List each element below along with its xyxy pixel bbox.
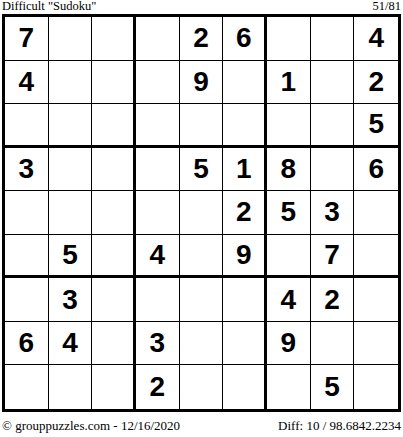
cell-r2c6[interactable] (223, 61, 267, 105)
cell-r8c4: 3 (136, 322, 180, 366)
cell-r7c5[interactable] (180, 278, 224, 322)
cell-r2c9: 2 (354, 61, 398, 105)
cell-r3c6[interactable] (223, 104, 267, 148)
cell-r4c5: 5 (180, 148, 224, 192)
cell-r9c6[interactable] (223, 365, 267, 409)
cell-r4c8[interactable] (311, 148, 355, 192)
cell-r3c1[interactable] (5, 104, 49, 148)
page-footer: © grouppuzzles.com - 12/16/2020 Diff: 10… (2, 418, 401, 434)
cell-r8c2: 4 (49, 322, 93, 366)
sudoku-page: Difficult "Sudoku" 51/81 726449125351862… (0, 0, 403, 437)
cell-r6c6: 9 (223, 235, 267, 279)
cell-r7c4[interactable] (136, 278, 180, 322)
cell-r4c7: 8 (267, 148, 311, 192)
cell-r6c1[interactable] (5, 235, 49, 279)
cell-r8c8[interactable] (311, 322, 355, 366)
cell-r6c5[interactable] (180, 235, 224, 279)
cell-r1c5: 2 (180, 17, 224, 61)
empty-cell-counter: 51/81 (373, 0, 401, 13)
cell-r8c9[interactable] (354, 322, 398, 366)
cell-r5c2[interactable] (49, 191, 93, 235)
cell-r1c3[interactable] (92, 17, 136, 61)
cell-r8c3[interactable] (92, 322, 136, 366)
cell-r4c4[interactable] (136, 148, 180, 192)
cell-r9c1[interactable] (5, 365, 49, 409)
cell-r3c3[interactable] (92, 104, 136, 148)
cell-r8c7: 9 (267, 322, 311, 366)
cell-r9c7[interactable] (267, 365, 311, 409)
cell-r5c3[interactable] (92, 191, 136, 235)
cell-r8c5[interactable] (180, 322, 224, 366)
cell-r7c9[interactable] (354, 278, 398, 322)
cell-r8c6[interactable] (223, 322, 267, 366)
sudoku-grid: 726449125351862535497342643925 (2, 14, 401, 412)
cell-r9c8: 5 (311, 365, 355, 409)
cell-r5c7: 5 (267, 191, 311, 235)
cell-r3c9: 5 (354, 104, 398, 148)
cell-r7c1[interactable] (5, 278, 49, 322)
cell-r1c4[interactable] (136, 17, 180, 61)
cell-r7c3[interactable] (92, 278, 136, 322)
cell-r6c8: 7 (311, 235, 355, 279)
cell-r2c7: 1 (267, 61, 311, 105)
cell-r3c7[interactable] (267, 104, 311, 148)
cell-r2c5: 9 (180, 61, 224, 105)
cell-r7c7: 4 (267, 278, 311, 322)
cell-r2c2[interactable] (49, 61, 93, 105)
cell-r4c9: 6 (354, 148, 398, 192)
cell-r5c8: 3 (311, 191, 355, 235)
cell-r2c3[interactable] (92, 61, 136, 105)
cell-r1c8[interactable] (311, 17, 355, 61)
cell-r5c9[interactable] (354, 191, 398, 235)
cell-r7c8: 2 (311, 278, 355, 322)
cell-r4c6: 1 (223, 148, 267, 192)
cell-r9c3[interactable] (92, 365, 136, 409)
cell-r3c4[interactable] (136, 104, 180, 148)
cell-r7c2: 3 (49, 278, 93, 322)
cell-r2c8[interactable] (311, 61, 355, 105)
cell-r4c3[interactable] (92, 148, 136, 192)
cell-r4c1: 3 (5, 148, 49, 192)
puzzle-title: Difficult "Sudoku" (2, 0, 96, 13)
cell-r5c1[interactable] (5, 191, 49, 235)
cell-r1c6: 6 (223, 17, 267, 61)
cell-r8c1: 6 (5, 322, 49, 366)
cell-r6c9[interactable] (354, 235, 398, 279)
cell-r6c2: 5 (49, 235, 93, 279)
cell-r9c2[interactable] (49, 365, 93, 409)
cell-r4c2[interactable] (49, 148, 93, 192)
cell-r1c1: 7 (5, 17, 49, 61)
cell-r6c3[interactable] (92, 235, 136, 279)
cell-r7c6[interactable] (223, 278, 267, 322)
cell-r3c5[interactable] (180, 104, 224, 148)
cell-r5c5[interactable] (180, 191, 224, 235)
cell-r2c1: 4 (5, 61, 49, 105)
cell-r9c5[interactable] (180, 365, 224, 409)
copyright-text: © grouppuzzles.com - 12/16/2020 (2, 418, 180, 434)
cell-r5c4[interactable] (136, 191, 180, 235)
page-header: Difficult "Sudoku" 51/81 (2, 0, 401, 13)
cell-r5c6: 2 (223, 191, 267, 235)
difficulty-text: Diff: 10 / 98.6842.2234 (278, 418, 401, 434)
cell-r1c9: 4 (354, 17, 398, 61)
cell-r1c2[interactable] (49, 17, 93, 61)
cell-r9c9[interactable] (354, 365, 398, 409)
cell-r1c7[interactable] (267, 17, 311, 61)
cell-r3c2[interactable] (49, 104, 93, 148)
cell-r9c4: 2 (136, 365, 180, 409)
cell-r2c4[interactable] (136, 61, 180, 105)
cell-r6c7[interactable] (267, 235, 311, 279)
cell-r6c4: 4 (136, 235, 180, 279)
cell-r3c8[interactable] (311, 104, 355, 148)
